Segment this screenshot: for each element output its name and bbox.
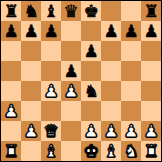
square-d2[interactable] (61, 121, 81, 141)
square-g4[interactable] (121, 81, 141, 101)
square-d7[interactable] (61, 21, 81, 41)
square-h4[interactable] (141, 81, 161, 101)
square-a6[interactable] (1, 41, 21, 61)
black-pawn[interactable]: ♟ (43, 21, 58, 41)
white-pawn[interactable]: ♟ (143, 121, 158, 141)
square-h5[interactable] (141, 61, 161, 81)
black-pawn[interactable]: ♟ (63, 61, 78, 81)
square-h2[interactable]: ♟ (141, 121, 161, 141)
square-b8[interactable]: ♞ (21, 1, 41, 21)
white-knight[interactable]: ♞ (123, 141, 138, 161)
white-pawn[interactable]: ♟ (3, 101, 18, 121)
square-b7[interactable]: ♟ (21, 21, 41, 41)
square-c7[interactable]: ♟ (41, 21, 61, 41)
square-e5[interactable] (81, 61, 101, 81)
white-pawn[interactable]: ♟ (123, 121, 138, 141)
black-pawn[interactable]: ♟ (3, 21, 18, 41)
black-pawn[interactable]: ♟ (143, 21, 158, 41)
square-g5[interactable] (121, 61, 141, 81)
white-queen[interactable]: ♛ (43, 121, 58, 141)
square-f8[interactable] (101, 1, 121, 21)
square-b1[interactable] (21, 141, 41, 161)
square-c1[interactable]: ♝ (41, 141, 61, 161)
black-knight[interactable]: ♞ (83, 81, 98, 101)
square-e4[interactable]: ♞ (81, 81, 101, 101)
square-g6[interactable] (121, 41, 141, 61)
black-queen[interactable]: ♛ (63, 1, 78, 21)
square-a5[interactable] (1, 61, 21, 81)
square-e7[interactable] (81, 21, 101, 41)
square-a8[interactable]: ♜ (1, 1, 21, 21)
square-f1[interactable]: ♝ (101, 141, 121, 161)
square-f5[interactable] (101, 61, 121, 81)
square-d5[interactable]: ♟ (61, 61, 81, 81)
white-pawn[interactable]: ♟ (83, 121, 98, 141)
square-c3[interactable] (41, 101, 61, 121)
black-pawn[interactable]: ♟ (83, 41, 98, 61)
square-g3[interactable] (121, 101, 141, 121)
black-rook[interactable]: ♜ (3, 1, 18, 21)
square-e3[interactable] (81, 101, 101, 121)
square-d6[interactable] (61, 41, 81, 61)
square-c6[interactable] (41, 41, 61, 61)
square-f6[interactable] (101, 41, 121, 61)
white-bishop[interactable]: ♝ (43, 141, 58, 161)
square-c2[interactable]: ♛ (41, 121, 61, 141)
white-bishop[interactable]: ♝ (103, 141, 118, 161)
black-bishop[interactable]: ♝ (43, 1, 58, 21)
square-c5[interactable] (41, 61, 61, 81)
square-h3[interactable] (141, 101, 161, 121)
square-a3[interactable]: ♟ (1, 101, 21, 121)
square-e1[interactable]: ♚ (81, 141, 101, 161)
square-g8[interactable] (121, 1, 141, 21)
square-h6[interactable] (141, 41, 161, 61)
square-f7[interactable]: ♟ (101, 21, 121, 41)
white-pawn[interactable]: ♟ (63, 81, 78, 101)
square-d4[interactable]: ♟ (61, 81, 81, 101)
square-b2[interactable]: ♟ (21, 121, 41, 141)
black-pawn[interactable]: ♟ (123, 21, 138, 41)
square-e2[interactable]: ♟ (81, 121, 101, 141)
square-f4[interactable] (101, 81, 121, 101)
black-king[interactable]: ♚ (83, 1, 98, 21)
square-b6[interactable] (21, 41, 41, 61)
square-g1[interactable]: ♞ (121, 141, 141, 161)
square-g7[interactable]: ♟ (121, 21, 141, 41)
square-f2[interactable]: ♟ (101, 121, 121, 141)
chessboard-window: ♜♞♝♛♚♜♟♟♟♟♟♟♟♟♟♟♞♟♟♛♟♟♟♟♜♝♚♝♞♜ (0, 0, 162, 162)
white-rook[interactable]: ♜ (143, 141, 158, 161)
square-h1[interactable]: ♜ (141, 141, 161, 161)
square-h7[interactable]: ♟ (141, 21, 161, 41)
chess-board: ♜♞♝♛♚♜♟♟♟♟♟♟♟♟♟♟♞♟♟♛♟♟♟♟♜♝♚♝♞♜ (0, 0, 162, 162)
white-pawn[interactable]: ♟ (103, 121, 118, 141)
white-pawn[interactable]: ♟ (43, 81, 58, 101)
black-pawn[interactable]: ♟ (23, 21, 38, 41)
square-d1[interactable] (61, 141, 81, 161)
square-c8[interactable]: ♝ (41, 1, 61, 21)
black-pawn[interactable]: ♟ (103, 21, 118, 41)
square-a1[interactable]: ♜ (1, 141, 21, 161)
black-rook[interactable]: ♜ (143, 1, 158, 21)
white-rook[interactable]: ♜ (3, 141, 18, 161)
white-pawn[interactable]: ♟ (23, 121, 38, 141)
square-b4[interactable] (21, 81, 41, 101)
square-h8[interactable]: ♜ (141, 1, 161, 21)
square-e8[interactable]: ♚ (81, 1, 101, 21)
square-a7[interactable]: ♟ (1, 21, 21, 41)
square-b5[interactable] (21, 61, 41, 81)
square-d3[interactable] (61, 101, 81, 121)
square-f3[interactable] (101, 101, 121, 121)
square-g2[interactable]: ♟ (121, 121, 141, 141)
square-c4[interactable]: ♟ (41, 81, 61, 101)
white-king[interactable]: ♚ (83, 141, 98, 161)
square-e6[interactable]: ♟ (81, 41, 101, 61)
square-a2[interactable] (1, 121, 21, 141)
square-d8[interactable]: ♛ (61, 1, 81, 21)
square-a4[interactable] (1, 81, 21, 101)
black-knight[interactable]: ♞ (23, 1, 38, 21)
square-b3[interactable] (21, 101, 41, 121)
